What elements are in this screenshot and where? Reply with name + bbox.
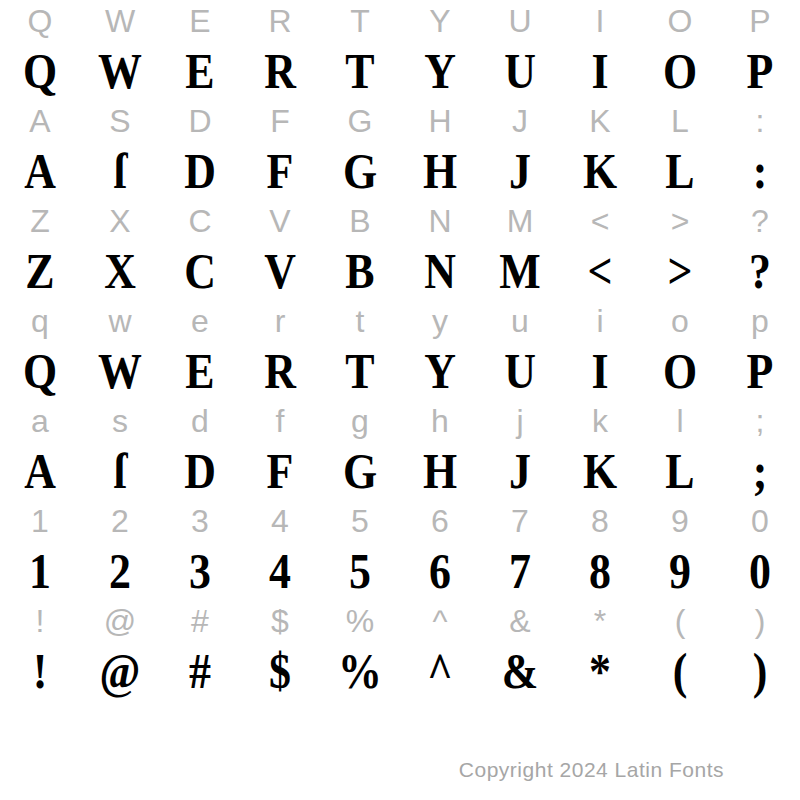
glyph-cell: I [566, 346, 635, 397]
glyph-cell: ^ [406, 646, 475, 697]
glyph-cell: T [326, 46, 395, 97]
glyph-cell: # [166, 646, 235, 697]
glyph-row-specimen-2: QWERTYUIOP [0, 42, 800, 100]
glyph-cell: 1 [6, 546, 75, 597]
glyph-cell: e [160, 305, 240, 337]
glyph-cell: ) [726, 646, 795, 697]
glyph-cell: 5 [326, 546, 395, 597]
glyph-cell: O [646, 346, 715, 397]
glyph-cell: % [320, 605, 400, 637]
glyph-cell: K [566, 446, 635, 497]
glyph-cell: D [166, 146, 235, 197]
glyph-cell: J [486, 146, 555, 197]
glyph-cell: U [480, 5, 560, 37]
glyph-cell: F [246, 446, 315, 497]
glyph-cell: o [640, 305, 720, 337]
glyph-cell: F [246, 146, 315, 197]
glyph-cell: 7 [480, 505, 560, 537]
glyph-cell: T [320, 5, 400, 37]
glyph-cell: u [480, 305, 560, 337]
glyph-cell: P [720, 5, 800, 37]
glyph-cell: 8 [566, 546, 635, 597]
glyph-cell: G [320, 105, 400, 137]
glyph-cell: 2 [86, 546, 155, 597]
glyph-row-specimen-14: !@#$%^&*() [0, 642, 800, 700]
glyph-cell: L [646, 146, 715, 197]
glyph-cell: ſ [86, 446, 155, 497]
glyph-cell: W [86, 46, 155, 97]
glyph-cell: : [720, 105, 800, 137]
glyph-cell: J [486, 446, 555, 497]
glyph-cell: t [320, 305, 400, 337]
glyph-cell: $ [240, 605, 320, 637]
glyph-cell: 4 [240, 505, 320, 537]
glyph-cell: & [480, 605, 560, 637]
glyph-cell: 7 [486, 546, 555, 597]
glyph-cell: V [246, 246, 315, 297]
glyph-cell: ? [726, 246, 795, 297]
glyph-cell: < [566, 246, 635, 297]
glyph-row-reference-5: ZXCVBNM<>? [0, 200, 800, 242]
glyph-cell: R [240, 5, 320, 37]
glyph-cell: s [80, 405, 160, 437]
glyph-cell: X [86, 246, 155, 297]
glyph-cell: & [486, 646, 555, 697]
glyph-cell: * [566, 646, 635, 697]
glyph-cell: 8 [560, 505, 640, 537]
glyph-cell: 9 [640, 505, 720, 537]
glyph-row-specimen-8: QWERTYUIOP [0, 342, 800, 400]
glyph-cell: A [0, 105, 80, 137]
copyright-text: Copyright 2024 Latin Fonts [459, 758, 724, 782]
glyph-cell: y [400, 305, 480, 337]
glyph-cell: K [566, 146, 635, 197]
glyph-cell: U [486, 346, 555, 397]
glyph-cell: P [726, 46, 795, 97]
glyph-cell: * [560, 605, 640, 637]
glyph-cell: 1 [0, 505, 80, 537]
glyph-cell: @ [80, 605, 160, 637]
glyph-row-reference-3: ASDFGHJKL: [0, 100, 800, 142]
glyph-cell: N [406, 246, 475, 297]
glyph-cell: : [726, 146, 795, 197]
glyph-cell: Q [6, 346, 75, 397]
glyph-cell: L [646, 446, 715, 497]
glyph-cell: 6 [400, 505, 480, 537]
glyph-cell: < [560, 205, 640, 237]
glyph-cell: Y [406, 346, 475, 397]
glyph-row-reference-11: 1234567890 [0, 500, 800, 542]
glyph-cell: 5 [320, 505, 400, 537]
glyph-cell: ( [646, 646, 715, 697]
glyph-cell: O [640, 5, 720, 37]
glyph-cell: M [486, 246, 555, 297]
glyph-row-reference-13: !@#$%^&*() [0, 600, 800, 642]
glyph-cell: ! [6, 646, 75, 697]
glyph-row-reference-9: asdfghjkl; [0, 400, 800, 442]
glyph-cell: j [480, 405, 560, 437]
glyph-cell: 0 [726, 546, 795, 597]
glyph-cell: R [246, 346, 315, 397]
glyph-cell: T [326, 346, 395, 397]
glyph-cell: $ [246, 646, 315, 697]
glyph-cell: F [240, 105, 320, 137]
glyph-cell: S [80, 105, 160, 137]
glyph-grid: QWERTYUIOPQWERTYUIOPASDFGHJKL:AſDFGHJKL:… [0, 0, 800, 700]
glyph-cell: Q [6, 46, 75, 97]
glyph-row-specimen-10: AſDFGHJKL; [0, 442, 800, 500]
glyph-cell: ; [720, 405, 800, 437]
glyph-cell: D [166, 446, 235, 497]
glyph-cell: K [560, 105, 640, 137]
glyph-cell: C [160, 205, 240, 237]
glyph-cell: B [326, 246, 395, 297]
glyph-cell: # [160, 605, 240, 637]
glyph-cell: I [560, 5, 640, 37]
glyph-row-specimen-12: 1234567890 [0, 542, 800, 600]
glyph-cell: a [0, 405, 80, 437]
glyph-cell: D [160, 105, 240, 137]
glyph-cell: A [6, 146, 75, 197]
glyph-cell: f [240, 405, 320, 437]
glyph-cell: H [400, 105, 480, 137]
glyph-cell: H [406, 446, 475, 497]
glyph-cell: ( [640, 605, 720, 637]
glyph-cell: H [406, 146, 475, 197]
glyph-cell: J [480, 105, 560, 137]
glyph-cell: w [80, 305, 160, 337]
glyph-cell: M [480, 205, 560, 237]
glyph-cell: W [86, 346, 155, 397]
glyph-cell: ) [720, 605, 800, 637]
glyph-cell: P [726, 346, 795, 397]
glyph-cell: A [6, 446, 75, 497]
glyph-cell: Q [0, 5, 80, 37]
glyph-cell: l [640, 405, 720, 437]
glyph-cell: W [80, 5, 160, 37]
glyph-row-specimen-6: ZXCVBNM<>? [0, 242, 800, 300]
glyph-row-reference-7: qwertyuiop [0, 300, 800, 342]
glyph-cell: Y [406, 46, 475, 97]
glyph-row-reference-1: QWERTYUIOP [0, 0, 800, 42]
glyph-cell: V [240, 205, 320, 237]
glyph-cell: ^ [400, 605, 480, 637]
glyph-cell: R [246, 46, 315, 97]
glyph-cell: N [400, 205, 480, 237]
glyph-cell: B [320, 205, 400, 237]
glyph-cell: d [160, 405, 240, 437]
glyph-cell: 9 [646, 546, 715, 597]
glyph-cell: E [160, 5, 240, 37]
glyph-cell: G [326, 446, 395, 497]
glyph-cell: g [320, 405, 400, 437]
glyph-cell: > [646, 246, 715, 297]
glyph-cell: 4 [246, 546, 315, 597]
glyph-cell: 2 [80, 505, 160, 537]
glyph-cell: O [646, 46, 715, 97]
glyph-cell: p [720, 305, 800, 337]
glyph-cell: k [560, 405, 640, 437]
glyph-cell: C [166, 246, 235, 297]
glyph-cell: q [0, 305, 80, 337]
glyph-cell: E [166, 346, 235, 397]
glyph-cell: ? [720, 205, 800, 237]
glyph-cell: ſ [86, 146, 155, 197]
glyph-cell: i [560, 305, 640, 337]
glyph-row-specimen-4: AſDFGHJKL: [0, 142, 800, 200]
glyph-cell: I [566, 46, 635, 97]
glyph-cell: U [486, 46, 555, 97]
glyph-cell: % [326, 646, 395, 697]
glyph-cell: 3 [160, 505, 240, 537]
glyph-cell: Z [0, 205, 80, 237]
glyph-cell: Z [6, 246, 75, 297]
glyph-cell: 6 [406, 546, 475, 597]
glyph-cell: ; [726, 446, 795, 497]
glyph-cell: G [326, 146, 395, 197]
glyph-cell: 0 [720, 505, 800, 537]
glyph-cell: Y [400, 5, 480, 37]
glyph-cell: X [80, 205, 160, 237]
glyph-cell: ! [0, 605, 80, 637]
glyph-cell: r [240, 305, 320, 337]
glyph-cell: > [640, 205, 720, 237]
glyph-cell: E [166, 46, 235, 97]
glyph-cell: L [640, 105, 720, 137]
glyph-cell: @ [86, 646, 155, 697]
glyph-cell: h [400, 405, 480, 437]
glyph-cell: 3 [166, 546, 235, 597]
